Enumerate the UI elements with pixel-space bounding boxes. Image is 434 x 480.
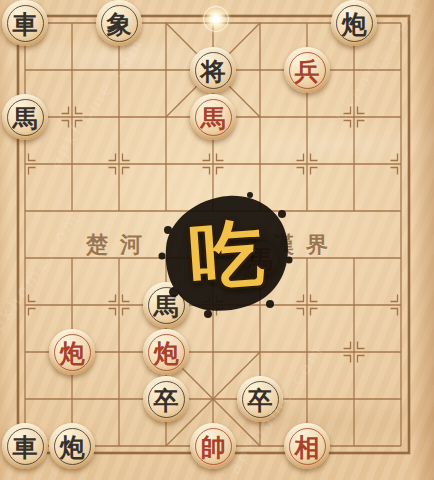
piece-red-horse[interactable]: 馬: [190, 94, 236, 140]
sparkle-effect: [199, 2, 233, 36]
piece-character: 馬: [201, 106, 226, 131]
piece-black-chariot[interactable]: 車: [2, 0, 48, 46]
piece-character: 炮: [154, 341, 179, 366]
piece-character: 兵: [295, 59, 320, 84]
piece-black-cannon[interactable]: 炮: [49, 423, 95, 469]
piece-black-soldier[interactable]: 卒: [237, 376, 283, 422]
piece-character: 将: [201, 59, 226, 84]
piece-character: 炮: [342, 12, 367, 37]
piece-red-elephant[interactable]: 相: [284, 423, 330, 469]
piece-black-horse[interactable]: 馬: [2, 94, 48, 140]
capture-label: 吃: [187, 215, 266, 294]
piece-character: 象: [107, 12, 132, 37]
piece-character: 炮: [60, 435, 85, 460]
piece-character: 車: [13, 12, 38, 37]
piece-red-cannon[interactable]: 炮: [143, 329, 189, 375]
piece-black-chariot[interactable]: 車: [2, 423, 48, 469]
piece-red-soldier[interactable]: 兵: [284, 47, 330, 93]
piece-character: 帥: [201, 435, 226, 460]
piece-black-elephant[interactable]: 象: [96, 0, 142, 46]
river-label-chu: 楚河: [86, 230, 154, 260]
piece-black-cannon[interactable]: 炮: [331, 0, 377, 46]
piece-black-general[interactable]: 将: [190, 47, 236, 93]
piece-red-cannon[interactable]: 炮: [49, 329, 95, 375]
piece-character: 馬: [13, 106, 38, 131]
piece-character: 相: [295, 435, 320, 460]
piece-character: 卒: [154, 388, 179, 413]
piece-red-general[interactable]: 帥: [190, 423, 236, 469]
piece-character: 炮: [60, 341, 85, 366]
piece-black-soldier[interactable]: 卒: [143, 376, 189, 422]
piece-character: 卒: [248, 388, 273, 413]
capture-animation: 吃: [158, 190, 298, 322]
piece-character: 車: [13, 435, 38, 460]
xiangqi-board-screen: 楚河 漢界 車象炮将兵馬馬馬馬炮炮卒卒車炮帥相 吃 apkhome.com ap…: [0, 0, 434, 480]
